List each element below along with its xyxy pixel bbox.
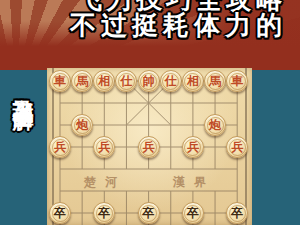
banner-title-line-2: 不过挺耗体力的 [70,8,287,43]
piece-車-red[interactable]: 車 [49,70,71,92]
piece-帥-red[interactable]: 帥 [138,70,160,92]
piece-馬-red[interactable]: 馬 [71,70,93,92]
piece-卒-black[interactable]: 卒 [49,202,71,224]
piece-兵-red[interactable]: 兵 [182,136,204,158]
piece-卒-black[interactable]: 卒 [138,202,160,224]
river-label-han-jie: 漢界 [173,174,215,190]
piece-兵-red[interactable]: 兵 [49,136,71,158]
piece-炮-red[interactable]: 炮 [204,114,226,136]
sidebar-vertical-title: 弃马飞刀全面解 [9,82,37,96]
xiangqi-board[interactable]: 楚河 漢界 車馬相仕帥仕相馬車炮炮兵兵兵兵兵卒卒卒卒卒 [47,68,252,225]
piece-馬-red[interactable]: 馬 [204,70,226,92]
piece-相-red[interactable]: 相 [182,70,204,92]
piece-兵-red[interactable]: 兵 [138,136,160,158]
river-label-chu-he: 楚河 [84,174,126,190]
top-banner: 飞刀技巧全攻略 不过挺耗体力的 [0,0,300,70]
piece-卒-black[interactable]: 卒 [182,202,204,224]
piece-炮-red[interactable]: 炮 [71,114,93,136]
screenshot-root: 飞刀技巧全攻略 不过挺耗体力的 弃马飞刀全面解 [0,0,300,225]
piece-仕-red[interactable]: 仕 [160,70,182,92]
